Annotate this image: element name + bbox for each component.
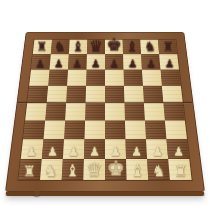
square-e6 xyxy=(105,70,124,86)
square-e5 xyxy=(105,86,124,103)
square-d8: ♛ xyxy=(87,40,105,55)
square-a8: ♜ xyxy=(33,40,52,55)
hinge-clasp xyxy=(34,191,40,196)
chess-board-scene: ♜♞♝♛♚♝♞♜♟♟♟♟♟♟♟♟♟♟♟♟♟♟♟♟♜♞♝♛♚♝♞♜ xyxy=(5,0,205,192)
square-d7: ♟ xyxy=(87,54,105,69)
square-d1: ♛ xyxy=(83,159,105,180)
square-e2: ♟ xyxy=(105,139,126,159)
square-f2: ♟ xyxy=(125,139,147,159)
square-c7: ♟ xyxy=(68,54,87,69)
square-b2: ♟ xyxy=(42,139,64,159)
square-a4 xyxy=(25,103,46,121)
square-f7: ♟ xyxy=(123,54,142,69)
piece-white-pawn-h2: ♟ xyxy=(173,146,184,158)
piece-white-pawn-f2: ♟ xyxy=(131,146,142,158)
square-c4 xyxy=(65,103,85,121)
piece-black-rook-h8: ♜ xyxy=(163,41,174,53)
piece-white-pawn-e2: ♟ xyxy=(110,146,121,158)
square-g2: ♟ xyxy=(146,139,168,159)
piece-white-knight-g1: ♞ xyxy=(152,163,166,179)
chess-board: ♜♞♝♛♚♝♞♜♟♟♟♟♟♟♟♟♟♟♟♟♟♟♟♟♜♞♝♛♚♝♞♜ xyxy=(5,32,205,192)
square-g3 xyxy=(145,120,167,139)
piece-white-bishop-c1: ♝ xyxy=(65,162,80,179)
square-a6 xyxy=(29,70,49,86)
square-h3 xyxy=(165,120,187,139)
piece-white-rook-a1: ♜ xyxy=(23,164,36,179)
square-f6 xyxy=(123,70,142,86)
square-f3 xyxy=(125,120,146,139)
piece-black-knight-g8: ♞ xyxy=(144,40,156,53)
square-e7: ♟ xyxy=(105,54,123,69)
squares-grid: ♜♞♝♛♚♝♞♜♟♟♟♟♟♟♟♟♟♟♟♟♟♟♟♟♜♞♝♛♚♝♞♜ xyxy=(17,39,192,181)
square-e3 xyxy=(105,120,125,139)
square-a7: ♟ xyxy=(31,54,51,69)
square-h5 xyxy=(162,86,183,103)
square-d3 xyxy=(85,120,105,139)
photo-background: ♜♞♝♛♚♝♞♜♟♟♟♟♟♟♟♟♟♟♟♟♟♟♟♟♜♞♝♛♚♝♞♜ xyxy=(0,0,210,210)
piece-black-bishop-f8: ♝ xyxy=(126,40,139,54)
square-h4 xyxy=(163,103,184,121)
square-f8: ♝ xyxy=(123,40,141,55)
square-g8: ♞ xyxy=(140,40,159,55)
square-b4 xyxy=(45,103,66,121)
square-b3 xyxy=(44,120,66,139)
square-c3 xyxy=(64,120,85,139)
square-c5 xyxy=(66,86,86,103)
piece-white-pawn-b2: ♟ xyxy=(47,146,58,158)
piece-black-pawn-c7: ♟ xyxy=(72,58,82,69)
square-h8: ♜ xyxy=(158,40,177,55)
square-b1: ♞ xyxy=(40,159,63,180)
square-h7: ♟ xyxy=(159,54,179,69)
square-g1: ♞ xyxy=(147,159,170,180)
piece-black-queen-d8: ♛ xyxy=(89,38,103,54)
piece-black-rook-a8: ♜ xyxy=(36,41,47,53)
square-h2: ♟ xyxy=(166,139,189,159)
piece-black-pawn-d7: ♟ xyxy=(91,58,101,69)
square-c2: ♟ xyxy=(63,139,85,159)
square-a2: ♟ xyxy=(21,139,44,159)
piece-black-knight-b8: ♞ xyxy=(54,40,66,53)
piece-white-bishop-f1: ♝ xyxy=(130,162,145,179)
square-e8: ♚ xyxy=(105,40,123,55)
square-h6 xyxy=(160,70,180,86)
square-e4 xyxy=(105,103,125,121)
piece-white-pawn-a2: ♟ xyxy=(26,146,37,158)
fold-seam xyxy=(17,102,192,104)
piece-white-queen-d1: ♛ xyxy=(86,160,103,179)
piece-black-pawn-e7: ♟ xyxy=(109,58,119,69)
piece-black-pawn-h7: ♟ xyxy=(165,58,175,69)
square-c6 xyxy=(67,70,86,86)
piece-black-pawn-f7: ♟ xyxy=(128,58,138,69)
square-e1: ♚ xyxy=(105,159,127,180)
piece-black-bishop-c8: ♝ xyxy=(72,40,85,54)
square-f1: ♝ xyxy=(126,159,148,180)
square-d2: ♟ xyxy=(84,139,105,159)
square-c1: ♝ xyxy=(62,159,84,180)
square-g4 xyxy=(144,103,165,121)
square-f4 xyxy=(124,103,144,121)
square-a5 xyxy=(27,86,48,103)
square-d6 xyxy=(86,70,105,86)
square-a1: ♜ xyxy=(18,159,41,180)
piece-black-pawn-a7: ♟ xyxy=(35,58,45,69)
square-g5 xyxy=(143,86,163,103)
square-b7: ♟ xyxy=(50,54,69,69)
piece-black-king-e8: ♚ xyxy=(106,36,121,53)
square-b5 xyxy=(47,86,67,103)
piece-white-pawn-g2: ♟ xyxy=(152,146,163,158)
square-d5 xyxy=(86,86,105,103)
piece-black-pawn-g7: ♟ xyxy=(146,58,156,69)
square-a3 xyxy=(23,120,45,139)
square-g6 xyxy=(142,70,162,86)
piece-white-pawn-c2: ♟ xyxy=(68,146,79,158)
piece-black-pawn-b7: ♟ xyxy=(54,58,64,69)
piece-white-king-e1: ♚ xyxy=(107,158,126,179)
square-g7: ♟ xyxy=(141,54,160,69)
piece-white-rook-h1: ♜ xyxy=(174,164,187,179)
piece-white-knight-b1: ♞ xyxy=(44,163,58,179)
square-c8: ♝ xyxy=(69,40,87,55)
square-d4 xyxy=(85,103,105,121)
piece-white-pawn-d2: ♟ xyxy=(89,146,100,158)
square-h1: ♜ xyxy=(168,159,191,180)
square-b8: ♞ xyxy=(51,40,70,55)
square-b6 xyxy=(48,70,68,86)
square-f5 xyxy=(124,86,144,103)
